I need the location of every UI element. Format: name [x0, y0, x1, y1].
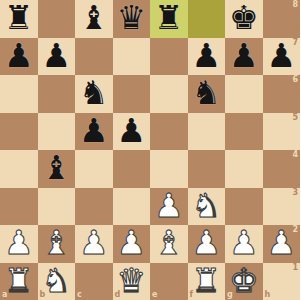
square-f7[interactable]: ♟ [188, 38, 226, 76]
piece-black-pawn[interactable]: ♟ [41, 38, 71, 74]
square-b2[interactable]: ♝ [38, 225, 76, 263]
piece-white-pawn[interactable]: ♟ [229, 225, 259, 261]
square-b7[interactable]: ♟ [38, 38, 76, 76]
square-g2[interactable]: ♟ [225, 225, 263, 263]
piece-white-pawn[interactable]: ♟ [266, 225, 296, 261]
piece-black-rook[interactable]: ♜ [154, 0, 184, 36]
piece-white-knight[interactable]: ♞ [41, 263, 71, 299]
piece-white-pawn[interactable]: ♟ [191, 225, 221, 261]
coord-rank-8: 8 [292, 1, 298, 9]
square-e3[interactable]: ♟ [150, 188, 188, 226]
square-g6[interactable] [225, 75, 263, 113]
square-d4[interactable] [113, 150, 151, 188]
square-a5[interactable] [0, 113, 38, 151]
square-h3[interactable]: 3 [263, 188, 301, 226]
piece-black-bishop[interactable]: ♝ [41, 150, 71, 186]
square-a4[interactable] [0, 150, 38, 188]
square-d6[interactable] [113, 75, 151, 113]
coord-rank-3: 3 [292, 189, 298, 197]
square-f1[interactable]: f♜ [188, 263, 226, 300]
square-d5[interactable]: ♟ [113, 113, 151, 151]
piece-black-rook[interactable]: ♜ [4, 0, 34, 36]
square-a7[interactable]: ♟ [0, 38, 38, 76]
coord-rank-6: 6 [292, 76, 298, 84]
square-e6[interactable] [150, 75, 188, 113]
square-g1[interactable]: g♚ [225, 263, 263, 300]
piece-white-knight[interactable]: ♞ [191, 188, 221, 224]
square-f6[interactable]: ♞ [188, 75, 226, 113]
piece-white-king[interactable]: ♚ [229, 263, 259, 299]
square-d8[interactable]: ♛ [113, 0, 151, 38]
piece-white-pawn[interactable]: ♟ [116, 225, 146, 261]
square-c1[interactable]: c [75, 263, 113, 300]
square-h2[interactable]: 2♟ [263, 225, 301, 263]
square-g5[interactable] [225, 113, 263, 151]
coord-file-e: e [152, 291, 157, 299]
piece-black-pawn[interactable]: ♟ [116, 113, 146, 149]
coord-file-h: h [265, 291, 271, 299]
square-f2[interactable]: ♟ [188, 225, 226, 263]
square-g3[interactable] [225, 188, 263, 226]
piece-white-bishop[interactable]: ♝ [41, 225, 71, 261]
square-f3[interactable]: ♞ [188, 188, 226, 226]
piece-black-pawn[interactable]: ♟ [4, 38, 34, 74]
square-a1[interactable]: a♜ [0, 263, 38, 300]
square-c3[interactable] [75, 188, 113, 226]
square-b8[interactable] [38, 0, 76, 38]
square-c5[interactable]: ♟ [75, 113, 113, 151]
piece-white-pawn[interactable]: ♟ [79, 225, 109, 261]
square-g7[interactable]: ♟ [225, 38, 263, 76]
square-b5[interactable] [38, 113, 76, 151]
coord-rank-5: 5 [292, 114, 298, 122]
square-a3[interactable] [0, 188, 38, 226]
square-a6[interactable] [0, 75, 38, 113]
square-a8[interactable]: ♜ [0, 0, 38, 38]
piece-black-queen[interactable]: ♛ [116, 0, 146, 36]
piece-white-rook[interactable]: ♜ [191, 263, 221, 299]
square-e8[interactable]: ♜ [150, 0, 188, 38]
square-g8[interactable]: ♚ [225, 0, 263, 38]
square-c8[interactable]: ♝ [75, 0, 113, 38]
piece-white-queen[interactable]: ♛ [116, 263, 146, 299]
piece-black-bishop[interactable]: ♝ [79, 0, 109, 36]
square-c7[interactable] [75, 38, 113, 76]
square-e1[interactable]: e [150, 263, 188, 300]
square-h1[interactable]: 1h [263, 263, 301, 300]
piece-white-rook[interactable]: ♜ [4, 263, 34, 299]
square-b1[interactable]: b♞ [38, 263, 76, 300]
piece-black-pawn[interactable]: ♟ [266, 38, 296, 74]
square-b6[interactable] [38, 75, 76, 113]
square-c2[interactable]: ♟ [75, 225, 113, 263]
piece-white-bishop[interactable]: ♝ [154, 225, 184, 261]
square-b3[interactable] [38, 188, 76, 226]
piece-black-pawn[interactable]: ♟ [191, 38, 221, 74]
piece-black-pawn[interactable]: ♟ [229, 38, 259, 74]
square-b4[interactable]: ♝ [38, 150, 76, 188]
piece-black-knight[interactable]: ♞ [191, 75, 221, 111]
coord-rank-4: 4 [292, 151, 298, 159]
square-e5[interactable] [150, 113, 188, 151]
square-d1[interactable]: d♛ [113, 263, 151, 300]
square-g4[interactable] [225, 150, 263, 188]
piece-black-king[interactable]: ♚ [229, 0, 259, 36]
square-d7[interactable] [113, 38, 151, 76]
square-h6[interactable]: 6 [263, 75, 301, 113]
piece-white-pawn[interactable]: ♟ [4, 225, 34, 261]
square-h7[interactable]: 7♟ [263, 38, 301, 76]
square-d3[interactable] [113, 188, 151, 226]
square-e4[interactable] [150, 150, 188, 188]
square-e2[interactable]: ♝ [150, 225, 188, 263]
coord-rank-1: 1 [292, 264, 298, 272]
square-e7[interactable] [150, 38, 188, 76]
square-h5[interactable]: 5 [263, 113, 301, 151]
square-c4[interactable] [75, 150, 113, 188]
piece-black-knight[interactable]: ♞ [79, 75, 109, 111]
square-h4[interactable]: 4 [263, 150, 301, 188]
coord-file-c: c [77, 291, 82, 299]
piece-white-pawn[interactable]: ♟ [154, 188, 184, 224]
square-a2[interactable]: ♟ [0, 225, 38, 263]
square-d2[interactable]: ♟ [113, 225, 151, 263]
piece-black-pawn[interactable]: ♟ [79, 113, 109, 149]
square-f5[interactable] [188, 113, 226, 151]
chess-board: ♜♝♛♜♚8♟♟♟♟7♟♞♞6♟♟5♝4♟♞3♟♝♟♟♝♟♟2♟a♜b♞cd♛e… [0, 0, 300, 300]
square-f8[interactable] [188, 0, 226, 38]
square-h8[interactable]: 8 [263, 0, 301, 38]
square-f4[interactable] [188, 150, 226, 188]
square-c6[interactable]: ♞ [75, 75, 113, 113]
